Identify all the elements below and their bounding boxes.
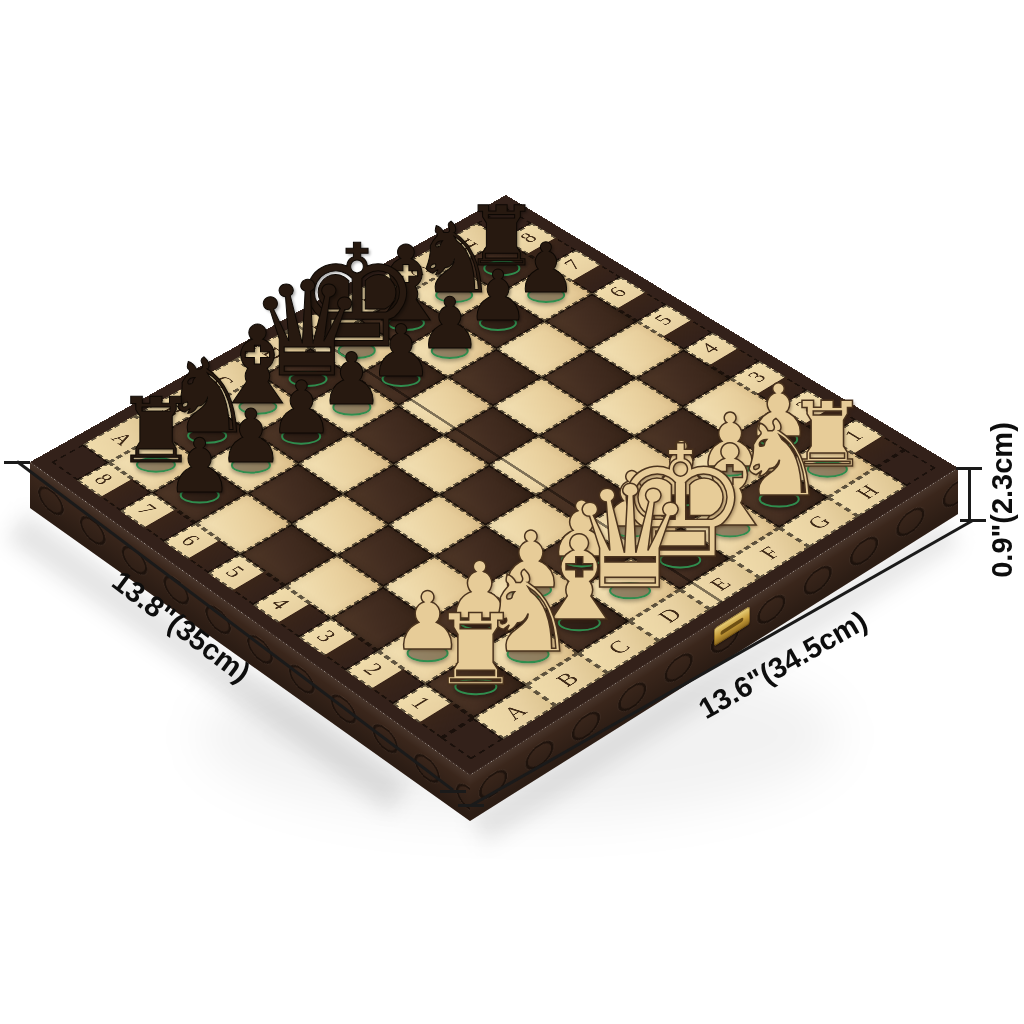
- file-letter: G: [803, 512, 835, 532]
- dimension-label-height: 0.9"(2.3cm): [986, 422, 1019, 578]
- file-letter: G: [404, 263, 433, 280]
- dimension-tick: [4, 461, 30, 464]
- dimension-tick: [458, 804, 484, 807]
- rank-number: 5: [221, 563, 249, 580]
- file-letter: C: [603, 637, 634, 657]
- file-letter: D: [258, 345, 288, 363]
- chess-board-top: ABCDEFGH8877665544332211ABCDEFGH: [30, 195, 958, 775]
- rank-number: 8: [516, 230, 541, 245]
- dimension-tick: [956, 467, 982, 470]
- rank-number: 7: [560, 257, 585, 272]
- file-letter: D: [654, 605, 686, 626]
- file-letter: E: [308, 318, 336, 335]
- rank-number: 7: [133, 501, 160, 518]
- board-grid: ABCDEFGH8877665544332211ABCDEFGH: [51, 207, 936, 760]
- rank-number: 4: [697, 340, 723, 356]
- file-letter: E: [705, 574, 735, 593]
- dimension-tick: [440, 790, 466, 793]
- file-letter: F: [357, 290, 384, 306]
- file-letter: C: [208, 373, 237, 391]
- rank-number: 2: [359, 660, 387, 678]
- rank-number: 1: [840, 428, 867, 445]
- product-photo-scene: ABCDEFGH8877665544332211ABCDEFGH ♜♞♝♛♚♝♞…: [0, 0, 1024, 1024]
- rank-number: 8: [90, 471, 117, 488]
- file-letter: A: [499, 701, 531, 722]
- rank-number: 6: [177, 532, 205, 549]
- rank-number: 5: [651, 312, 677, 328]
- file-letter: H: [852, 482, 883, 501]
- rank-number: 6: [605, 284, 631, 299]
- rank-number: 3: [312, 627, 340, 645]
- file-letter: B: [158, 401, 187, 419]
- dimension-tick: [960, 519, 986, 522]
- rank-number: 2: [792, 398, 819, 414]
- file-letter: H: [452, 236, 481, 253]
- file-letter: A: [106, 430, 136, 449]
- file-letter: B: [552, 669, 583, 689]
- rank-number: 1: [407, 693, 436, 711]
- file-letter: F: [755, 544, 784, 562]
- rank-number: 3: [744, 369, 770, 385]
- rank-number: 4: [266, 595, 294, 613]
- dimension-line-height: [968, 469, 971, 519]
- clasp-slot: [721, 617, 744, 635]
